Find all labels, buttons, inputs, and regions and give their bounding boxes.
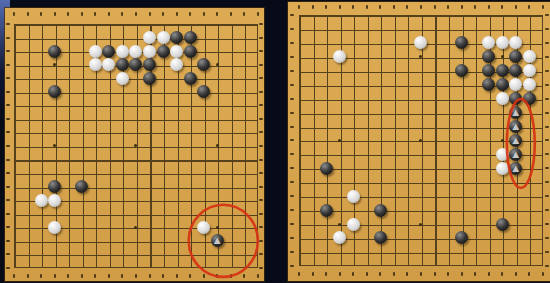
intersection[interactable] — [509, 92, 523, 106]
coordinate-label — [94, 12, 96, 16]
intersection[interactable] — [143, 71, 157, 85]
black-stone — [509, 92, 522, 105]
coordinate-label — [257, 12, 259, 16]
intersection[interactable] — [346, 217, 360, 231]
intersection[interactable] — [170, 58, 184, 72]
intersection[interactable] — [183, 44, 197, 58]
intersection[interactable]: ▲ — [509, 133, 523, 147]
intersection[interactable] — [89, 58, 103, 72]
coordinate-label — [40, 12, 42, 16]
intersection[interactable] — [129, 44, 143, 58]
intersection[interactable] — [523, 78, 537, 92]
intersection[interactable] — [482, 50, 496, 64]
intersection[interactable] — [374, 203, 388, 217]
intersection[interactable] — [129, 58, 143, 72]
coordinate-label — [149, 12, 151, 16]
intersection[interactable] — [34, 193, 48, 207]
black-stone — [129, 58, 142, 71]
black-stone — [184, 72, 197, 85]
white-stone — [523, 78, 536, 91]
intersection[interactable] — [143, 44, 157, 58]
intersection[interactable] — [495, 64, 509, 78]
intersection[interactable] — [102, 58, 116, 72]
black-stone — [374, 231, 387, 244]
intersection[interactable] — [495, 92, 509, 106]
white-stone — [143, 31, 156, 44]
coordinate-label — [27, 12, 29, 16]
intersection[interactable] — [482, 36, 496, 50]
coordinate-label — [176, 12, 178, 16]
black-stone — [374, 204, 387, 217]
coordinate-label — [67, 12, 69, 16]
intersection[interactable]: ▲ — [509, 147, 523, 161]
triangle-mark-icon: ▲ — [512, 119, 519, 132]
white-stone — [143, 45, 156, 58]
white-stone — [333, 231, 346, 244]
intersection[interactable] — [509, 78, 523, 92]
white-stone — [35, 194, 48, 207]
intersection[interactable] — [75, 180, 89, 194]
intersection[interactable] — [495, 78, 509, 92]
white-stone — [482, 36, 495, 49]
white-stone — [197, 221, 210, 234]
intersection[interactable] — [197, 220, 211, 234]
white-stone — [89, 58, 102, 71]
intersection[interactable]: ▲ — [210, 234, 224, 248]
black-stone — [320, 204, 333, 217]
black-stone — [320, 162, 333, 175]
black-stone — [482, 50, 495, 63]
intersection[interactable] — [89, 44, 103, 58]
intersection[interactable] — [170, 31, 184, 45]
intersection[interactable] — [48, 180, 62, 194]
black-stone — [496, 218, 509, 231]
white-stone — [170, 45, 183, 58]
intersection[interactable] — [482, 78, 496, 92]
white-stone — [48, 221, 61, 234]
intersection[interactable] — [455, 36, 469, 50]
intersection[interactable] — [346, 189, 360, 203]
intersection[interactable] — [102, 44, 116, 58]
black-stone: ▲ — [509, 120, 522, 133]
intersection[interactable] — [156, 31, 170, 45]
intersection[interactable] — [319, 161, 333, 175]
intersection[interactable] — [414, 36, 428, 50]
black-stone: ▲ — [509, 148, 522, 161]
black-stone — [455, 64, 468, 77]
black-stone — [455, 36, 468, 49]
white-stone — [414, 36, 427, 49]
white-stone — [333, 50, 346, 63]
black-stone — [48, 45, 61, 58]
black-stone — [496, 78, 509, 91]
coordinate-label — [230, 12, 232, 16]
coordinate-label — [81, 12, 83, 16]
black-stone — [143, 72, 156, 85]
black-stone — [184, 31, 197, 44]
intersection[interactable] — [455, 231, 469, 245]
intersection[interactable] — [509, 36, 523, 50]
triangle-mark-icon: ▲ — [512, 133, 519, 146]
white-stone — [347, 218, 360, 231]
black-stone — [197, 85, 210, 98]
coordinate-label — [216, 12, 218, 16]
black-stone — [184, 45, 197, 58]
go-board-right[interactable]: ▲▲▲▲▲ — [288, 2, 550, 281]
coordinate-label — [108, 12, 110, 16]
intersection[interactable]: ▲ — [509, 106, 523, 120]
black-stone — [116, 58, 129, 71]
intersection[interactable] — [170, 44, 184, 58]
black-stone — [482, 64, 495, 77]
intersection[interactable] — [48, 85, 62, 99]
intersection[interactable] — [116, 71, 130, 85]
intersection[interactable] — [523, 92, 537, 106]
white-stone — [509, 78, 522, 91]
white-stone — [523, 64, 536, 77]
black-stone — [509, 50, 522, 63]
triangle-mark-icon: ▲ — [214, 234, 221, 247]
triangle-mark-icon: ▲ — [512, 147, 519, 160]
stones-grid: ▲▲▲▲▲ — [292, 8, 549, 273]
white-stone — [509, 36, 522, 49]
intersection[interactable]: ▲ — [509, 120, 523, 134]
black-stone — [523, 92, 536, 105]
black-stone: ▲ — [509, 162, 522, 175]
intersection[interactable] — [319, 203, 333, 217]
white-stone — [496, 36, 509, 49]
black-stone: ▲ — [509, 106, 522, 119]
intersection[interactable] — [197, 85, 211, 99]
coordinate-label — [121, 12, 123, 16]
white-stone — [157, 31, 170, 44]
intersection[interactable] — [197, 58, 211, 72]
intersection[interactable] — [183, 31, 197, 45]
intersection[interactable] — [183, 71, 197, 85]
white-stone — [523, 50, 536, 63]
white-stone — [496, 148, 509, 161]
triangle-mark-icon: ▲ — [512, 161, 519, 174]
white-stone — [116, 45, 129, 58]
coordinate-label — [13, 12, 15, 16]
intersection[interactable] — [495, 147, 509, 161]
white-stone — [48, 194, 61, 207]
black-stone — [455, 231, 468, 244]
black-stone — [102, 45, 115, 58]
black-stone — [48, 180, 61, 193]
intersection[interactable] — [48, 193, 62, 207]
intersection[interactable] — [116, 44, 130, 58]
white-stone — [129, 45, 142, 58]
intersection[interactable]: ▲ — [509, 161, 523, 175]
intersection[interactable] — [143, 31, 157, 45]
white-stone — [496, 162, 509, 175]
coordinate-label — [203, 12, 205, 16]
coordinate-label — [162, 12, 164, 16]
intersection[interactable] — [523, 50, 537, 64]
black-stone — [482, 78, 495, 91]
intersection[interactable] — [495, 161, 509, 175]
white-stone — [496, 92, 509, 105]
intersection[interactable] — [143, 58, 157, 72]
white-stone — [170, 58, 183, 71]
intersection[interactable] — [482, 64, 496, 78]
intersection[interactable] — [495, 217, 509, 231]
coordinate-label — [135, 12, 137, 16]
black-stone — [143, 58, 156, 71]
intersection[interactable] — [156, 44, 170, 58]
black-stone: ▲ — [509, 134, 522, 147]
coordinate-label — [243, 12, 245, 16]
intersection[interactable] — [495, 36, 509, 50]
black-stone: ▲ — [211, 234, 224, 247]
black-stone — [496, 64, 509, 77]
coordinate-label — [54, 12, 56, 16]
stones-grid: ▲ — [7, 17, 264, 274]
black-stone — [197, 58, 210, 71]
black-stone — [170, 31, 183, 44]
white-stone — [347, 190, 360, 203]
intersection[interactable] — [48, 44, 62, 58]
intersection[interactable] — [48, 220, 62, 234]
intersection[interactable] — [333, 50, 347, 64]
black-stone — [157, 45, 170, 58]
black-stone — [48, 85, 61, 98]
page-background: ▲ ▲▲▲▲▲ — [0, 0, 550, 283]
intersection[interactable] — [374, 231, 388, 245]
triangle-mark-icon: ▲ — [512, 106, 519, 119]
intersection[interactable] — [523, 64, 537, 78]
white-stone — [102, 58, 115, 71]
white-stone — [89, 45, 102, 58]
go-board-left[interactable]: ▲ — [5, 8, 264, 281]
intersection[interactable] — [509, 50, 523, 64]
intersection[interactable] — [509, 64, 523, 78]
intersection[interactable] — [455, 64, 469, 78]
black-stone — [509, 64, 522, 77]
intersection[interactable] — [116, 58, 130, 72]
black-stone — [75, 180, 88, 193]
white-stone — [116, 72, 129, 85]
intersection[interactable] — [333, 231, 347, 245]
coordinate-label — [189, 12, 191, 16]
